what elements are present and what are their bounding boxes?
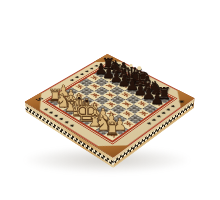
square-g1	[95, 125, 112, 136]
zhe-ornament-icon: Ж	[89, 102, 100, 109]
square-c2: Ж	[71, 101, 87, 111]
zhe-ornament-icon: Ж	[136, 101, 147, 108]
zhe-ornament-icon: Ж	[106, 121, 118, 128]
square-e1	[79, 115, 95, 125]
square-d1: Ж	[71, 110, 87, 120]
square-g3	[111, 114, 127, 124]
zhe-ornament-icon: Ж	[106, 131, 118, 139]
zhe-ornament-icon: Ж	[122, 121, 134, 128]
zhe-ornament-icon: Ж	[89, 111, 100, 118]
square-e2: Ж	[87, 110, 103, 120]
square-d2	[79, 105, 95, 115]
zhe-ornament-icon: Ж	[137, 110, 148, 117]
square-g6: Ж	[134, 99, 150, 109]
square-f5: Ж	[118, 100, 134, 110]
zhe-ornament-icon: Ж	[73, 102, 84, 109]
square-h4	[127, 114, 143, 124]
square-f2	[95, 115, 111, 125]
zhe-ornament-icon: Ж	[89, 121, 101, 128]
zhe-ornament-icon: Ж	[73, 112, 84, 119]
square-h1: Ж	[104, 130, 121, 141]
square-h3: Ж	[120, 119, 136, 129]
square-d3: Ж	[87, 100, 103, 110]
square-h6	[142, 104, 158, 114]
zhe-ornament-icon: Ж	[105, 111, 116, 118]
square-g5	[126, 104, 142, 114]
square-h7: Ж	[149, 99, 165, 109]
zhe-ornament-icon: Ж	[120, 101, 131, 108]
square-f1: Ж	[87, 120, 103, 130]
square-f3: Ж	[103, 110, 119, 120]
zhe-ornament-icon: Ж	[105, 101, 116, 108]
square-b1: Ж	[55, 101, 71, 111]
zhe-ornament-icon: Ж	[57, 102, 68, 109]
chess-set-scene: ♠ ♠ ♠ ♠ ♠ ♠ ♠ ♠ ♠ ♠ ♠ ♠ ♠ ♠ ♠ ♠ ♠ ♠ ♠ ♠ …	[0, 0, 220, 200]
square-h5: Ж	[135, 109, 151, 119]
square-e3	[95, 105, 111, 115]
product-photo: ♠ ♠ ♠ ♠ ♠ ♠ ♠ ♠ ♠ ♠ ♠ ♠ ♠ ♠ ♠ ♠ ♠ ♠ ♠ ♠ …	[0, 0, 220, 200]
zhe-ornament-icon: Ж	[152, 100, 163, 107]
zhe-ornament-icon: Ж	[121, 111, 132, 118]
square-c1	[63, 106, 79, 116]
square-g4: Ж	[119, 109, 135, 119]
square-e4: Ж	[102, 100, 118, 110]
square-f4	[111, 105, 127, 115]
board-top-face: ♠ ♠ ♠ ♠ ♠ ♠ ♠ ♠ ♠ ♠ ♠ ♠ ♠ ♠ ♠ ♠ ♠ ♠ ♠ ♠ …	[25, 54, 195, 157]
square-h2	[112, 124, 129, 135]
square-g2: Ж	[103, 119, 119, 129]
